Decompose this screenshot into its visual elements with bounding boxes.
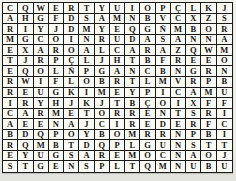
grid-cell[interactable]: I — [34, 77, 49, 88]
grid-cell[interactable]: P — [95, 161, 110, 172]
grid-cell[interactable]: A — [125, 45, 140, 56]
grid-cell[interactable]: M — [201, 88, 216, 99]
grid-cell[interactable]: O — [79, 77, 94, 88]
grid-cell[interactable]: P — [140, 88, 155, 99]
grid-cell[interactable]: I — [171, 98, 186, 109]
grid-cell[interactable]: Y — [95, 3, 110, 14]
grid-cell[interactable]: A — [140, 35, 155, 46]
grid-cell[interactable]: R — [140, 130, 155, 141]
page: CQWERTYUIOPÇLKJAHGFDSAMNBVCXZSRIYJDMYEQG… — [0, 0, 236, 181]
grid-cell[interactable]: M — [156, 77, 171, 88]
grid-cell[interactable]: C — [156, 151, 171, 162]
grid-cell[interactable]: O — [140, 3, 155, 14]
grid-cell[interactable]: Q — [95, 140, 110, 151]
grid-cell[interactable]: I — [125, 3, 140, 14]
grid-cell[interactable]: B — [3, 130, 18, 141]
grid-cell[interactable]: M — [34, 140, 49, 151]
grid-cell[interactable]: E — [201, 56, 216, 67]
grid-cell[interactable]: G — [49, 88, 64, 99]
grid-cell[interactable]: S — [3, 161, 18, 172]
grid-cell[interactable]: U — [217, 88, 232, 99]
grid-cell[interactable]: M — [3, 35, 18, 46]
grid-cell[interactable]: D — [156, 119, 171, 130]
grid-cell[interactable]: D — [79, 140, 94, 151]
grid-cell[interactable]: R — [201, 66, 216, 77]
grid-cell[interactable]: M — [125, 130, 140, 141]
grid-cell[interactable]: N — [201, 35, 216, 46]
grid-cell[interactable]: N — [156, 109, 171, 120]
grid-cell[interactable]: Q — [18, 140, 33, 151]
grid-cell[interactable]: Q — [34, 130, 49, 141]
grid-cell[interactable]: T — [18, 161, 33, 172]
grid-cell[interactable]: X — [18, 45, 33, 56]
grid-cell[interactable]: F — [49, 14, 64, 25]
grid-cell[interactable]: D — [18, 130, 33, 141]
grid-cell[interactable]: L — [125, 140, 140, 151]
grid-cell[interactable]: R — [110, 77, 125, 88]
grid-cell[interactable]: O — [156, 98, 171, 109]
grid-cell[interactable]: M — [110, 14, 125, 25]
grid-cell[interactable]: S — [186, 140, 201, 151]
grid-cell[interactable]: F — [217, 98, 232, 109]
grid-cell[interactable]: E — [140, 119, 155, 130]
grid-cell[interactable]: O — [34, 66, 49, 77]
grid-cell[interactable]: V — [171, 77, 186, 88]
grid-cell[interactable]: E — [171, 119, 186, 130]
grid-cell[interactable]: L — [79, 56, 94, 67]
grid-cell[interactable]: E — [49, 161, 64, 172]
grid-cell[interactable]: R — [34, 109, 49, 120]
grid-cell[interactable]: I — [217, 109, 232, 120]
grid-cell[interactable]: P — [49, 130, 64, 141]
grid-cell[interactable]: R — [156, 130, 171, 141]
word-search-board: CQWERTYUIOPÇLKJAHGFDSAMNBVCXZSRIYJDMYEQG… — [2, 2, 233, 173]
grid-cell[interactable]: R — [217, 24, 232, 35]
grid-cell[interactable]: K — [64, 88, 79, 99]
grid-cell[interactable]: R — [140, 45, 155, 56]
grid-cell[interactable]: I — [217, 130, 232, 141]
grid-cell[interactable]: S — [186, 109, 201, 120]
grid-cell[interactable]: I — [79, 88, 94, 99]
grid-cell[interactable]: X — [186, 98, 201, 109]
grid-cell[interactable]: X — [186, 14, 201, 25]
grid-cell[interactable]: G — [140, 140, 155, 151]
grid-cell[interactable]: U — [217, 161, 232, 172]
grid-cell[interactable]: Ñ — [156, 24, 171, 35]
grid-cell[interactable]: T — [125, 56, 140, 67]
grid-cell[interactable]: Y — [95, 24, 110, 35]
grid-cell[interactable]: B — [140, 56, 155, 67]
grid-cell[interactable]: C — [95, 119, 110, 130]
grid-cell[interactable]: D — [125, 35, 140, 46]
grid-cell[interactable]: M — [79, 24, 94, 35]
grid-cell[interactable]: M — [125, 151, 140, 162]
grid-cell[interactable]: T — [125, 161, 140, 172]
grid-cell[interactable]: C — [140, 66, 155, 77]
grid-cell[interactable]: I — [156, 88, 171, 99]
grid-cell[interactable]: N — [171, 66, 186, 77]
grid-cell[interactable]: C — [3, 109, 18, 120]
grid-cell[interactable]: K — [79, 98, 94, 109]
grid-cell[interactable]: B — [125, 98, 140, 109]
grid-cell[interactable]: Y — [34, 98, 49, 109]
grid-cell[interactable]: Z — [171, 45, 186, 56]
grid-cell[interactable]: P — [156, 3, 171, 14]
grid-cell[interactable]: E — [110, 88, 125, 99]
grid-cell[interactable]: T — [64, 140, 79, 151]
grid-cell[interactable]: A — [171, 35, 186, 46]
grid-cell[interactable]: S — [64, 151, 79, 162]
grid-cell[interactable]: Q — [140, 161, 155, 172]
grid-cell[interactable]: A — [64, 119, 79, 130]
grid-cell[interactable]: U — [34, 151, 49, 162]
grid-cell[interactable]: A — [18, 109, 33, 120]
grid-cell[interactable]: S — [156, 35, 171, 46]
grid-cell[interactable]: Y — [125, 88, 140, 99]
grid-cell[interactable]: B — [186, 24, 201, 35]
grid-cell[interactable]: R — [186, 119, 201, 130]
grid-cell[interactable]: R — [64, 3, 79, 14]
grid-cell[interactable]: Ñ — [64, 66, 79, 77]
grid-cell[interactable]: L — [186, 3, 201, 14]
grid-cell[interactable]: N — [171, 161, 186, 172]
grid-cell[interactable]: G — [140, 24, 155, 35]
grid-cell[interactable]: E — [3, 45, 18, 56]
grid-cell[interactable]: E — [18, 119, 33, 130]
grid-cell[interactable]: F — [201, 119, 216, 130]
grid-cell[interactable]: R — [3, 88, 18, 99]
grid-cell[interactable]: U — [110, 35, 125, 46]
grid-cell[interactable]: E — [110, 151, 125, 162]
grid-cell[interactable]: N — [217, 66, 232, 77]
grid-cell[interactable]: G — [49, 151, 64, 162]
grid-cell[interactable]: G — [186, 66, 201, 77]
grid-cell[interactable]: H — [49, 98, 64, 109]
grid-cell[interactable]: E — [34, 119, 49, 130]
grid-cell[interactable]: C — [217, 119, 232, 130]
grid-cell[interactable]: A — [79, 151, 94, 162]
grid-cell[interactable]: A — [156, 45, 171, 56]
grid-cell[interactable]: Ç — [140, 98, 155, 109]
grid-cell[interactable]: Q — [186, 45, 201, 56]
grid-cell[interactable]: C — [110, 45, 125, 56]
grid-cell[interactable]: R — [34, 56, 49, 67]
grid-cell[interactable]: U — [110, 3, 125, 14]
grid-cell[interactable]: R — [95, 151, 110, 162]
grid-cell[interactable]: G — [34, 14, 49, 25]
grid-cell[interactable]: A — [3, 119, 18, 130]
grid-cell[interactable]: G — [34, 161, 49, 172]
grid-cell[interactable]: B — [95, 77, 110, 88]
grid-cell[interactable]: A — [95, 14, 110, 25]
grid-cell[interactable]: R — [125, 119, 140, 130]
grid-cell[interactable]: D — [64, 24, 79, 35]
grid-cell[interactable]: J — [79, 119, 94, 130]
grid-cell[interactable]: S — [217, 14, 232, 25]
grid-cell[interactable]: R — [49, 45, 64, 56]
grid-cell[interactable]: I — [18, 24, 33, 35]
grid-cell[interactable]: B — [156, 66, 171, 77]
grid-cell[interactable]: P — [201, 77, 216, 88]
grid-cell[interactable]: L — [64, 77, 79, 88]
grid-cell[interactable]: T — [217, 140, 232, 151]
grid-cell[interactable]: T — [79, 109, 94, 120]
grid-cell[interactable]: J — [217, 3, 232, 14]
grid-cell[interactable]: J — [217, 151, 232, 162]
grid-cell[interactable]: R — [110, 109, 125, 120]
grid-cell[interactable]: U — [156, 140, 171, 151]
grid-cell[interactable]: U — [186, 161, 201, 172]
grid-cell[interactable]: S — [79, 161, 94, 172]
grid-cell[interactable]: A — [186, 88, 201, 99]
grid-cell[interactable]: E — [3, 151, 18, 162]
grid-cell[interactable]: Y — [34, 24, 49, 35]
grid-cell[interactable]: E — [64, 109, 79, 120]
grid-cell[interactable]: O — [95, 109, 110, 120]
grid-cell[interactable]: N — [49, 119, 64, 130]
grid-cell[interactable]: N — [79, 35, 94, 46]
grid-cell[interactable]: T — [125, 77, 140, 88]
grid-cell[interactable]: Z — [201, 14, 216, 25]
grid-cell[interactable]: A — [34, 45, 49, 56]
grid-cell[interactable]: R — [125, 109, 140, 120]
grid-cell[interactable]: H — [18, 14, 33, 25]
grid-cell[interactable]: G — [18, 35, 33, 46]
grid-cell[interactable]: P — [49, 56, 64, 67]
grid-cell[interactable]: Y — [18, 151, 33, 162]
grid-cell[interactable]: T — [3, 56, 18, 67]
grid-cell[interactable]: T — [201, 140, 216, 151]
grid-cell[interactable]: I — [3, 98, 18, 109]
grid-cell[interactable]: P — [79, 66, 94, 77]
grid-cell[interactable]: R — [3, 77, 18, 88]
grid-cell[interactable]: S — [79, 14, 94, 25]
grid-cell[interactable]: B — [95, 130, 110, 141]
grid-cell[interactable]: O — [140, 151, 155, 162]
grid-cell[interactable]: R — [18, 98, 33, 109]
grid-cell[interactable]: C — [34, 35, 49, 46]
grid-cell[interactable]: J — [64, 98, 79, 109]
grid-cell[interactable]: B — [140, 14, 155, 25]
grid-cell[interactable]: C — [171, 88, 186, 99]
grid-cell[interactable]: N — [171, 140, 186, 151]
grid-cell[interactable]: Q — [18, 3, 33, 14]
grid-cell[interactable]: A — [79, 45, 94, 56]
grid-cell[interactable]: I — [64, 35, 79, 46]
grid-cell[interactable]: B — [217, 77, 232, 88]
grid-cell[interactable]: F — [201, 98, 216, 109]
grid-cell[interactable]: E — [186, 56, 201, 67]
grid-cell[interactable]: P — [186, 130, 201, 141]
grid-cell[interactable]: W — [34, 3, 49, 14]
grid-cell[interactable]: Ç — [171, 3, 186, 14]
grid-cell[interactable]: W — [201, 45, 216, 56]
grid-cell[interactable]: F — [49, 77, 64, 88]
grid-cell[interactable]: O — [64, 130, 79, 141]
grid-cell[interactable]: O — [64, 45, 79, 56]
grid-cell[interactable]: N — [171, 151, 186, 162]
grid-cell[interactable]: F — [156, 56, 171, 67]
grid-cell[interactable]: A — [3, 14, 18, 25]
grid-cell[interactable]: V — [156, 14, 171, 25]
grid-cell[interactable]: G — [95, 66, 110, 77]
grid-cell[interactable]: R — [95, 35, 110, 46]
grid-cell[interactable]: E — [49, 3, 64, 14]
grid-cell[interactable]: Q — [18, 66, 33, 77]
grid-cell[interactable]: R — [3, 140, 18, 151]
grid-cell[interactable]: J — [18, 56, 33, 67]
grid-cell[interactable]: N — [186, 35, 201, 46]
grid-cell[interactable]: J — [95, 98, 110, 109]
grid-cell[interactable]: B — [201, 161, 216, 172]
grid-cell[interactable]: L — [110, 161, 125, 172]
grid-cell[interactable]: K — [201, 3, 216, 14]
grid-cell[interactable]: R — [171, 56, 186, 67]
grid-cell[interactable]: T — [79, 3, 94, 14]
grid-cell[interactable]: H — [110, 56, 125, 67]
grid-cell[interactable]: D — [64, 14, 79, 25]
grid-cell[interactable]: O — [201, 151, 216, 162]
grid-cell[interactable]: O — [49, 35, 64, 46]
grid-cell[interactable]: Ç — [64, 56, 79, 67]
grid-cell[interactable]: R — [201, 109, 216, 120]
grid-cell[interactable]: M — [156, 161, 171, 172]
grid-cell[interactable]: A — [110, 66, 125, 77]
grid-cell[interactable]: T — [171, 109, 186, 120]
grid-cell[interactable]: N — [125, 14, 140, 25]
grid-cell[interactable]: A — [186, 151, 201, 162]
grid-cell[interactable]: T — [110, 98, 125, 109]
grid-cell[interactable]: C — [171, 14, 186, 25]
grid-cell[interactable]: N — [171, 130, 186, 141]
grid-cell[interactable]: N — [125, 66, 140, 77]
grid-cell[interactable]: I — [110, 119, 125, 130]
grid-cell[interactable]: E — [18, 88, 33, 99]
grid-cell[interactable]: B — [201, 130, 216, 141]
grid-cell[interactable]: Y — [79, 130, 94, 141]
grid-cell[interactable]: L — [140, 77, 155, 88]
grid-cell[interactable]: M — [171, 24, 186, 35]
grid-cell[interactable]: E — [140, 109, 155, 120]
grid-cell[interactable]: E — [3, 66, 18, 77]
grid-cell[interactable]: M — [95, 88, 110, 99]
grid-cell[interactable]: A — [217, 35, 232, 46]
grid-cell[interactable]: O — [110, 130, 125, 141]
grid-cell[interactable]: N — [64, 161, 79, 172]
grid-cell[interactable]: B — [49, 140, 64, 151]
grid-cell[interactable]: E — [110, 24, 125, 35]
grid-cell[interactable]: U — [34, 88, 49, 99]
grid-cell[interactable]: M — [49, 109, 64, 120]
grid-cell[interactable]: P — [110, 140, 125, 151]
grid-cell[interactable]: O — [217, 56, 232, 67]
grid-cell[interactable]: R — [186, 77, 201, 88]
grid-cell[interactable]: Q — [125, 24, 140, 35]
grid-cell[interactable]: J — [49, 24, 64, 35]
grid-cell[interactable]: R — [3, 24, 18, 35]
grid-cell[interactable]: L — [95, 45, 110, 56]
grid-cell[interactable]: W — [18, 77, 33, 88]
grid-cell[interactable]: M — [217, 45, 232, 56]
grid-cell[interactable]: O — [201, 24, 216, 35]
grid-cell[interactable]: L — [49, 66, 64, 77]
grid-cell[interactable]: J — [95, 56, 110, 67]
grid-cell[interactable]: C — [3, 3, 18, 14]
